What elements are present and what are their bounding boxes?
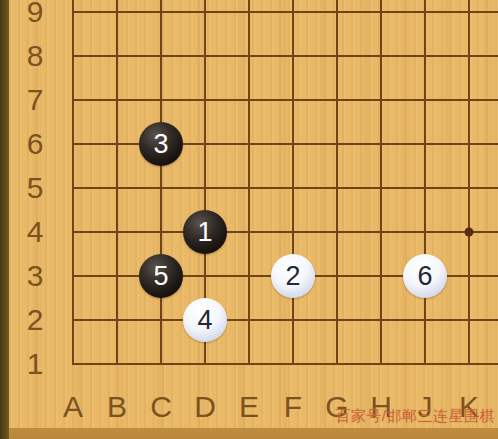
- grid-line-row-7: [72, 99, 498, 100]
- grid-line-row-8: [72, 55, 498, 56]
- row-label-4: 4: [27, 217, 44, 247]
- board-bottom-edge: [0, 428, 498, 439]
- stone-white-2-at-F3: 2: [271, 254, 315, 298]
- stone-move-number: 4: [197, 307, 212, 334]
- stone-black-3-at-C6: 3: [139, 122, 183, 166]
- watermark-text: 百家号/邯郸三连星围棋: [335, 407, 495, 426]
- row-label-3: 3: [27, 261, 44, 291]
- row-label-2: 2: [27, 305, 44, 335]
- column-label-A: A: [63, 392, 83, 422]
- stone-white-6-at-J3: 6: [403, 254, 447, 298]
- go-board-diagram: 987654321 ABCDEFGHJK 123456 百家号/邯郸三连星围棋: [0, 0, 498, 439]
- board-left-edge: [0, 0, 9, 439]
- grid-line-row-6: [72, 143, 498, 144]
- grid-line-row-4: [72, 231, 498, 232]
- row-label-1: 1: [27, 349, 44, 379]
- row-label-5: 5: [27, 173, 44, 203]
- column-label-B: B: [107, 392, 127, 422]
- stone-white-4-at-D2: 4: [183, 298, 227, 342]
- row-label-9: 9: [27, 0, 44, 27]
- stone-move-number: 2: [285, 263, 300, 290]
- column-label-F: F: [284, 392, 302, 422]
- row-label-6: 6: [27, 129, 44, 159]
- star-point-K4: [465, 228, 474, 237]
- column-label-D: D: [194, 392, 216, 422]
- stone-move-number: 6: [417, 263, 432, 290]
- stone-black-1-at-D4: 1: [183, 210, 227, 254]
- column-label-C: C: [150, 392, 172, 422]
- row-label-7: 7: [27, 85, 44, 115]
- stone-move-number: 5: [153, 263, 168, 290]
- grid-line-row-9: [72, 11, 498, 12]
- column-label-E: E: [239, 392, 259, 422]
- grid-line-row-5: [72, 187, 498, 188]
- stone-move-number: 1: [197, 219, 212, 246]
- stone-black-5-at-C3: 5: [139, 254, 183, 298]
- stone-move-number: 3: [153, 131, 168, 158]
- row-label-8: 8: [27, 41, 44, 71]
- grid-line-row-2: [72, 319, 498, 320]
- grid-line-row-1: [72, 363, 498, 364]
